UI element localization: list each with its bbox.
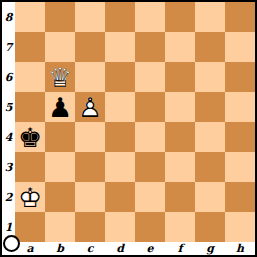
square-g2[interactable] — [195, 182, 225, 212]
square-c2[interactable] — [75, 182, 105, 212]
square-g8[interactable] — [195, 2, 225, 32]
rank-label-4: 4 — [2, 122, 15, 152]
square-h4[interactable] — [225, 122, 255, 152]
square-e8[interactable] — [135, 2, 165, 32]
file-label-e: e — [135, 242, 165, 255]
square-a6[interactable] — [15, 62, 45, 92]
square-b8[interactable] — [45, 2, 75, 32]
square-a1[interactable] — [15, 212, 45, 242]
square-c5[interactable]: ♟♙ — [75, 92, 105, 122]
square-h1[interactable] — [225, 212, 255, 242]
square-h2[interactable] — [225, 182, 255, 212]
square-g5[interactable] — [195, 92, 225, 122]
square-e2[interactable] — [135, 182, 165, 212]
square-f5[interactable] — [165, 92, 195, 122]
rank-label-8: 8 — [2, 2, 15, 32]
square-g3[interactable] — [195, 152, 225, 182]
square-f1[interactable] — [165, 212, 195, 242]
square-d3[interactable] — [105, 152, 135, 182]
square-b7[interactable] — [45, 32, 75, 62]
rank-labels: 87654321 — [2, 2, 15, 242]
square-d8[interactable] — [105, 2, 135, 32]
rank-label-7: 7 — [2, 32, 15, 62]
square-f6[interactable] — [165, 62, 195, 92]
chess-diagram: ♛♕♟♟♙♚♚♔ 87654321 abcdefgh — [0, 0, 257, 257]
square-h3[interactable] — [225, 152, 255, 182]
black-pawn: ♟ — [45, 92, 75, 122]
square-a2[interactable]: ♚♔ — [15, 182, 45, 212]
square-c4[interactable] — [75, 122, 105, 152]
square-d2[interactable] — [105, 182, 135, 212]
square-b5[interactable]: ♟ — [45, 92, 75, 122]
square-g6[interactable] — [195, 62, 225, 92]
square-d7[interactable] — [105, 32, 135, 62]
square-c8[interactable] — [75, 2, 105, 32]
file-label-c: c — [75, 242, 105, 255]
white-queen-fill: ♛ — [45, 62, 75, 92]
file-label-h: h — [225, 242, 255, 255]
square-e1[interactable] — [135, 212, 165, 242]
square-b2[interactable] — [45, 182, 75, 212]
square-e7[interactable] — [135, 32, 165, 62]
square-a7[interactable] — [15, 32, 45, 62]
file-label-g: g — [195, 242, 225, 255]
file-labels: abcdefgh — [15, 242, 255, 255]
square-b3[interactable] — [45, 152, 75, 182]
square-c1[interactable] — [75, 212, 105, 242]
square-a8[interactable] — [15, 2, 45, 32]
white-to-move-indicator — [3, 235, 20, 252]
square-d5[interactable] — [105, 92, 135, 122]
square-g4[interactable] — [195, 122, 225, 152]
square-h6[interactable] — [225, 62, 255, 92]
square-a3[interactable] — [15, 152, 45, 182]
square-h5[interactable] — [225, 92, 255, 122]
file-label-f: f — [165, 242, 195, 255]
square-e3[interactable] — [135, 152, 165, 182]
square-f8[interactable] — [165, 2, 195, 32]
file-label-b: b — [45, 242, 75, 255]
square-g7[interactable] — [195, 32, 225, 62]
white-pawn-fill: ♟ — [75, 92, 105, 122]
square-f7[interactable] — [165, 32, 195, 62]
square-d1[interactable] — [105, 212, 135, 242]
square-c6[interactable] — [75, 62, 105, 92]
square-b6[interactable]: ♛♕ — [45, 62, 75, 92]
square-e6[interactable] — [135, 62, 165, 92]
rank-label-5: 5 — [2, 92, 15, 122]
square-c3[interactable] — [75, 152, 105, 182]
square-h7[interactable] — [225, 32, 255, 62]
rank-label-2: 2 — [2, 182, 15, 212]
white-queen: ♕ — [45, 62, 75, 92]
square-c7[interactable] — [75, 32, 105, 62]
square-a5[interactable] — [15, 92, 45, 122]
white-king-fill: ♚ — [15, 182, 45, 212]
square-b4[interactable] — [45, 122, 75, 152]
square-e5[interactable] — [135, 92, 165, 122]
rank-label-6: 6 — [2, 62, 15, 92]
square-b1[interactable] — [45, 212, 75, 242]
square-f2[interactable] — [165, 182, 195, 212]
square-h8[interactable] — [225, 2, 255, 32]
rank-label-3: 3 — [2, 152, 15, 182]
white-pawn: ♙ — [75, 92, 105, 122]
chess-board: ♛♕♟♟♙♚♚♔ — [15, 2, 255, 242]
white-king: ♔ — [15, 182, 45, 212]
square-a4[interactable]: ♚ — [15, 122, 45, 152]
file-label-d: d — [105, 242, 135, 255]
square-f3[interactable] — [165, 152, 195, 182]
square-e4[interactable] — [135, 122, 165, 152]
square-d4[interactable] — [105, 122, 135, 152]
black-king: ♚ — [15, 122, 45, 152]
square-g1[interactable] — [195, 212, 225, 242]
square-f4[interactable] — [165, 122, 195, 152]
square-d6[interactable] — [105, 62, 135, 92]
